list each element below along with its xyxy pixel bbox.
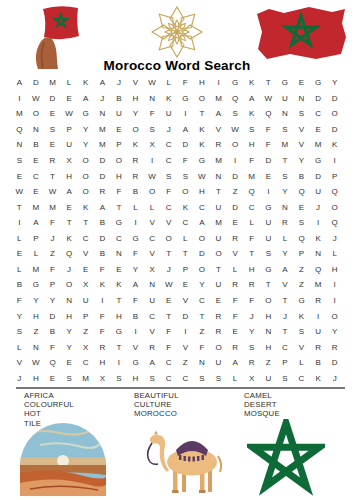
grid-cell-r19c2[interactable]: W xyxy=(28,355,45,371)
grid-cell-r11c13[interactable]: U xyxy=(210,231,227,247)
grid-cell-r4c19[interactable]: E xyxy=(310,122,327,138)
grid-cell-r16c19[interactable]: I xyxy=(310,308,327,324)
grid-cell-r15c17[interactable]: T xyxy=(277,293,294,309)
grid-cell-r10c9[interactable]: V xyxy=(144,215,161,231)
grid-cell-r15c11[interactable]: V xyxy=(177,293,194,309)
grid-cell-r5c20[interactable]: K xyxy=(326,137,343,153)
grid-cell-r4c11[interactable]: A xyxy=(177,122,194,138)
grid-cell-r3c20[interactable]: O xyxy=(326,106,343,122)
grid-cell-r9c18[interactable]: E xyxy=(293,199,310,215)
grid-cell-r15c5[interactable]: U xyxy=(77,293,94,309)
grid-cell-r10c16[interactable]: U xyxy=(260,215,277,231)
grid-cell-r15c14[interactable]: F xyxy=(227,293,244,309)
grid-cell-r20c4[interactable]: S xyxy=(61,370,78,386)
grid-cell-r14c10[interactable]: W xyxy=(160,277,177,293)
grid-cell-r20c12[interactable]: S xyxy=(194,370,211,386)
grid-cell-r20c9[interactable]: S xyxy=(144,370,161,386)
grid-cell-r5c15[interactable]: H xyxy=(243,137,260,153)
grid-cell-r19c3[interactable]: Q xyxy=(44,355,61,371)
grid-cell-r2c7[interactable]: B xyxy=(111,91,128,107)
grid-cell-r2c20[interactable]: D xyxy=(326,91,343,107)
grid-cell-r8c16[interactable]: I xyxy=(260,184,277,200)
grid-cell-r14c18[interactable]: Z xyxy=(293,277,310,293)
grid-cell-r14c15[interactable]: R xyxy=(243,277,260,293)
grid-cell-r1c8[interactable]: V xyxy=(127,75,144,91)
grid-cell-r11c1[interactable]: L xyxy=(11,231,28,247)
grid-cell-r2c8[interactable]: H xyxy=(127,91,144,107)
grid-cell-r13c19[interactable]: Q xyxy=(310,262,327,278)
grid-cell-r8c15[interactable]: Q xyxy=(243,184,260,200)
grid-cell-r11c11[interactable]: L xyxy=(177,231,194,247)
grid-cell-r17c11[interactable]: I xyxy=(177,324,194,340)
grid-cell-r4c13[interactable]: V xyxy=(210,122,227,138)
grid-cell-r17c12[interactable]: Z xyxy=(194,324,211,340)
grid-cell-r16c20[interactable]: O xyxy=(326,308,343,324)
grid-cell-r14c9[interactable]: N xyxy=(144,277,161,293)
grid-cell-r8c5[interactable]: O xyxy=(77,184,94,200)
grid-cell-r16c8[interactable]: B xyxy=(127,308,144,324)
grid-cell-r6c12[interactable]: G xyxy=(194,153,211,169)
grid-cell-r5c10[interactable]: C xyxy=(160,137,177,153)
grid-cell-r19c8[interactable]: G xyxy=(127,355,144,371)
grid-cell-r18c9[interactable]: R xyxy=(144,339,161,355)
grid-cell-r14c6[interactable]: K xyxy=(94,277,111,293)
grid-cell-r10c15[interactable]: L xyxy=(243,215,260,231)
grid-cell-r6c2[interactable]: E xyxy=(28,153,45,169)
grid-cell-r4c5[interactable]: Y xyxy=(77,122,94,138)
grid-cell-r13c9[interactable]: X xyxy=(144,262,161,278)
grid-cell-r12c13[interactable]: O xyxy=(210,246,227,262)
grid-cell-r7c4[interactable]: H xyxy=(61,168,78,184)
grid-cell-r2c17[interactable]: U xyxy=(277,91,294,107)
grid-cell-r19c15[interactable]: R xyxy=(243,355,260,371)
grid-cell-r13c6[interactable]: F xyxy=(94,262,111,278)
grid-cell-r6c20[interactable]: I xyxy=(326,153,343,169)
grid-cell-r17c4[interactable]: Y xyxy=(61,324,78,340)
grid-cell-r17c8[interactable]: I xyxy=(127,324,144,340)
grid-cell-r16c9[interactable]: C xyxy=(144,308,161,324)
grid-cell-r5c16[interactable]: F xyxy=(260,137,277,153)
grid-cell-r9c11[interactable]: K xyxy=(177,199,194,215)
grid-cell-r5c14[interactable]: O xyxy=(227,137,244,153)
grid-cell-r5c18[interactable]: V xyxy=(293,137,310,153)
grid-cell-r16c1[interactable]: Y xyxy=(11,308,28,324)
grid-cell-r2c5[interactable]: A xyxy=(77,91,94,107)
grid-cell-r18c17[interactable]: C xyxy=(277,339,294,355)
grid-cell-r6c3[interactable]: R xyxy=(44,153,61,169)
grid-cell-r15c7[interactable]: T xyxy=(111,293,128,309)
grid-cell-r8c2[interactable]: E xyxy=(28,184,45,200)
grid-cell-r20c10[interactable]: C xyxy=(160,370,177,386)
grid-cell-r6c19[interactable]: G xyxy=(310,153,327,169)
grid-cell-r10c18[interactable]: S xyxy=(293,215,310,231)
grid-cell-r3c5[interactable]: G xyxy=(77,106,94,122)
grid-cell-r19c17[interactable]: P xyxy=(277,355,294,371)
grid-cell-r1c13[interactable]: I xyxy=(210,75,227,91)
grid-cell-r4c6[interactable]: M xyxy=(94,122,111,138)
grid-cell-r5c12[interactable]: K xyxy=(194,137,211,153)
grid-cell-r3c15[interactable]: K xyxy=(243,106,260,122)
grid-cell-r17c14[interactable]: E xyxy=(227,324,244,340)
grid-cell-r7c15[interactable]: M xyxy=(243,168,260,184)
grid-cell-r3c6[interactable]: N xyxy=(94,106,111,122)
grid-cell-r15c12[interactable]: C xyxy=(194,293,211,309)
grid-cell-r1c7[interactable]: J xyxy=(111,75,128,91)
grid-cell-r9c13[interactable]: U xyxy=(210,199,227,215)
grid-cell-r12c2[interactable]: L xyxy=(28,246,45,262)
grid-cell-r4c10[interactable]: J xyxy=(160,122,177,138)
grid-cell-r3c2[interactable]: O xyxy=(28,106,45,122)
grid-cell-r10c20[interactable]: Q xyxy=(326,215,343,231)
grid-cell-r20c14[interactable]: L xyxy=(227,370,244,386)
grid-cell-r2c18[interactable]: N xyxy=(293,91,310,107)
grid-cell-r1c1[interactable]: A xyxy=(11,75,28,91)
grid-cell-r7c2[interactable]: C xyxy=(28,168,45,184)
grid-cell-r19c4[interactable]: E xyxy=(61,355,78,371)
grid-cell-r9c17[interactable]: N xyxy=(277,199,294,215)
grid-cell-r18c13[interactable]: O xyxy=(210,339,227,355)
grid-cell-r7c16[interactable]: E xyxy=(260,168,277,184)
grid-cell-r13c8[interactable]: Y xyxy=(127,262,144,278)
grid-cell-r12c5[interactable]: V xyxy=(77,246,94,262)
grid-cell-r18c2[interactable]: N xyxy=(28,339,45,355)
grid-cell-r2c1[interactable]: I xyxy=(11,91,28,107)
grid-cell-r16c15[interactable]: J xyxy=(243,308,260,324)
grid-cell-r15c2[interactable]: Y xyxy=(28,293,45,309)
grid-cell-r19c20[interactable]: D xyxy=(326,355,343,371)
grid-cell-r7c7[interactable]: H xyxy=(111,168,128,184)
grid-cell-r5c3[interactable]: E xyxy=(44,137,61,153)
grid-cell-r12c15[interactable]: T xyxy=(243,246,260,262)
grid-cell-r18c18[interactable]: V xyxy=(293,339,310,355)
grid-cell-r13c4[interactable]: J xyxy=(61,262,78,278)
grid-cell-r20c7[interactable]: S xyxy=(111,370,128,386)
grid-cell-r7c19[interactable]: D xyxy=(310,168,327,184)
grid-cell-r13c7[interactable]: E xyxy=(111,262,128,278)
grid-cell-r18c5[interactable]: X xyxy=(77,339,94,355)
grid-cell-r8c13[interactable]: T xyxy=(210,184,227,200)
grid-cell-r20c2[interactable]: H xyxy=(28,370,45,386)
grid-cell-r16c6[interactable]: F xyxy=(94,308,111,324)
grid-cell-r8c14[interactable]: Z xyxy=(227,184,244,200)
grid-cell-r11c10[interactable]: O xyxy=(160,231,177,247)
grid-cell-r9c2[interactable]: M xyxy=(28,199,45,215)
grid-cell-r19c18[interactable]: L xyxy=(293,355,310,371)
grid-cell-r13c20[interactable]: H xyxy=(326,262,343,278)
grid-cell-r5c6[interactable]: M xyxy=(94,137,111,153)
grid-cell-r20c11[interactable]: C xyxy=(177,370,194,386)
grid-cell-r20c3[interactable]: E xyxy=(44,370,61,386)
grid-cell-r19c19[interactable]: B xyxy=(310,355,327,371)
grid-cell-r5c1[interactable]: N xyxy=(11,137,28,153)
grid-cell-r3c19[interactable]: C xyxy=(310,106,327,122)
grid-cell-r10c7[interactable]: G xyxy=(111,215,128,231)
grid-cell-r3c8[interactable]: Y xyxy=(127,106,144,122)
grid-cell-r12c8[interactable]: F xyxy=(127,246,144,262)
grid-cell-r2c15[interactable]: A xyxy=(243,91,260,107)
grid-cell-r1c17[interactable]: G xyxy=(277,75,294,91)
grid-cell-r7c1[interactable]: E xyxy=(11,168,28,184)
grid-cell-r11c9[interactable]: C xyxy=(144,231,161,247)
grid-cell-r8c10[interactable]: F xyxy=(160,184,177,200)
grid-cell-r1c4[interactable]: L xyxy=(61,75,78,91)
grid-cell-r7c6[interactable]: D xyxy=(94,168,111,184)
grid-cell-r17c18[interactable]: S xyxy=(293,324,310,340)
grid-cell-r3c14[interactable]: S xyxy=(227,106,244,122)
grid-cell-r5c9[interactable]: X xyxy=(144,137,161,153)
grid-cell-r1c15[interactable]: K xyxy=(243,75,260,91)
grid-cell-r14c16[interactable]: T xyxy=(260,277,277,293)
grid-cell-r2c4[interactable]: E xyxy=(61,91,78,107)
grid-cell-r20c1[interactable]: J xyxy=(11,370,28,386)
grid-cell-r8c19[interactable]: U xyxy=(310,184,327,200)
grid-cell-r20c16[interactable]: U xyxy=(260,370,277,386)
grid-cell-r12c19[interactable]: N xyxy=(310,246,327,262)
grid-cell-r15c8[interactable]: F xyxy=(127,293,144,309)
grid-cell-r5c8[interactable]: K xyxy=(127,137,144,153)
grid-cell-r9c9[interactable]: L xyxy=(144,199,161,215)
grid-cell-r19c14[interactable]: A xyxy=(227,355,244,371)
grid-cell-r1c20[interactable]: Y xyxy=(326,75,343,91)
grid-cell-r13c15[interactable]: H xyxy=(243,262,260,278)
grid-cell-r11c4[interactable]: K xyxy=(61,231,78,247)
grid-cell-r14c5[interactable]: X xyxy=(77,277,94,293)
grid-cell-r2c16[interactable]: W xyxy=(260,91,277,107)
grid-cell-r14c8[interactable]: A xyxy=(127,277,144,293)
grid-cell-r2c10[interactable]: K xyxy=(160,91,177,107)
grid-cell-r18c11[interactable]: V xyxy=(177,339,194,355)
grid-cell-r12c10[interactable]: T xyxy=(160,246,177,262)
grid-cell-r5c13[interactable]: R xyxy=(210,137,227,153)
grid-cell-r14c19[interactable]: M xyxy=(310,277,327,293)
grid-cell-r2c3[interactable]: D xyxy=(44,91,61,107)
grid-cell-r12c3[interactable]: Z xyxy=(44,246,61,262)
grid-cell-r7c9[interactable]: W xyxy=(144,168,161,184)
grid-cell-r20c20[interactable]: J xyxy=(326,370,343,386)
grid-cell-r4c8[interactable]: O xyxy=(127,122,144,138)
grid-cell-r20c19[interactable]: K xyxy=(310,370,327,386)
grid-cell-r3c3[interactable]: E xyxy=(44,106,61,122)
grid-cell-r17c17[interactable]: T xyxy=(277,324,294,340)
grid-cell-r11c7[interactable]: C xyxy=(111,231,128,247)
grid-cell-r13c13[interactable]: T xyxy=(210,262,227,278)
grid-cell-r14c3[interactable]: P xyxy=(44,277,61,293)
grid-cell-r9c7[interactable]: T xyxy=(111,199,128,215)
grid-cell-r17c9[interactable]: V xyxy=(144,324,161,340)
grid-cell-r6c11[interactable]: F xyxy=(177,153,194,169)
grid-cell-r16c7[interactable]: H xyxy=(111,308,128,324)
grid-cell-r15c10[interactable]: E xyxy=(160,293,177,309)
grid-cell-r18c8[interactable]: V xyxy=(127,339,144,355)
grid-cell-r15c9[interactable]: U xyxy=(144,293,161,309)
grid-cell-r16c4[interactable]: H xyxy=(61,308,78,324)
grid-cell-r12c9[interactable]: V xyxy=(144,246,161,262)
grid-cell-r10c4[interactable]: T xyxy=(61,215,78,231)
grid-cell-r6c14[interactable]: I xyxy=(227,153,244,169)
grid-cell-r18c20[interactable]: R xyxy=(326,339,343,355)
grid-cell-r17c15[interactable]: Y xyxy=(243,324,260,340)
grid-cell-r12c1[interactable]: E xyxy=(11,246,28,262)
grid-cell-r12c6[interactable]: B xyxy=(94,246,111,262)
grid-cell-r3c10[interactable]: U xyxy=(160,106,177,122)
grid-cell-r8c17[interactable]: Y xyxy=(277,184,294,200)
grid-cell-r3c17[interactable]: N xyxy=(277,106,294,122)
grid-cell-r1c14[interactable]: G xyxy=(227,75,244,91)
grid-cell-r9c6[interactable]: A xyxy=(94,199,111,215)
grid-cell-r8c9[interactable]: O xyxy=(144,184,161,200)
grid-cell-r20c18[interactable]: C xyxy=(293,370,310,386)
grid-cell-r11c6[interactable]: D xyxy=(94,231,111,247)
grid-cell-r19c1[interactable]: V xyxy=(11,355,28,371)
grid-cell-r14c20[interactable]: I xyxy=(326,277,343,293)
grid-cell-r18c4[interactable]: Y xyxy=(61,339,78,355)
grid-cell-r13c14[interactable]: L xyxy=(227,262,244,278)
grid-cell-r19c12[interactable]: N xyxy=(194,355,211,371)
grid-cell-r20c15[interactable]: X xyxy=(243,370,260,386)
grid-cell-r9c12[interactable]: C xyxy=(194,199,211,215)
grid-cell-r10c12[interactable]: A xyxy=(194,215,211,231)
grid-cell-r17c5[interactable]: Z xyxy=(77,324,94,340)
grid-cell-r8c6[interactable]: R xyxy=(94,184,111,200)
grid-cell-r4c4[interactable]: P xyxy=(61,122,78,138)
grid-cell-r15c1[interactable]: F xyxy=(11,293,28,309)
grid-cell-r3c7[interactable]: U xyxy=(111,106,128,122)
grid-cell-r14c4[interactable]: O xyxy=(61,277,78,293)
grid-cell-r14c17[interactable]: V xyxy=(277,277,294,293)
grid-cell-r10c3[interactable]: F xyxy=(44,215,61,231)
grid-cell-r11c5[interactable]: C xyxy=(77,231,94,247)
grid-cell-r5c2[interactable]: B xyxy=(28,137,45,153)
grid-cell-r1c9[interactable]: W xyxy=(144,75,161,91)
grid-cell-r7c14[interactable]: D xyxy=(227,168,244,184)
grid-cell-r19c11[interactable]: Z xyxy=(177,355,194,371)
grid-cell-r11c20[interactable]: J xyxy=(326,231,343,247)
grid-cell-r5c4[interactable]: U xyxy=(61,137,78,153)
grid-cell-r4c2[interactable]: N xyxy=(28,122,45,138)
grid-cell-r6c18[interactable]: Y xyxy=(293,153,310,169)
grid-cell-r20c17[interactable]: S xyxy=(277,370,294,386)
grid-cell-r16c5[interactable]: P xyxy=(77,308,94,324)
grid-cell-r3c11[interactable]: I xyxy=(177,106,194,122)
grid-cell-r16c14[interactable]: F xyxy=(227,308,244,324)
grid-cell-r6c5[interactable]: O xyxy=(77,153,94,169)
grid-cell-r1c18[interactable]: E xyxy=(293,75,310,91)
grid-cell-r1c6[interactable]: A xyxy=(94,75,111,91)
grid-cell-r17c2[interactable]: Z xyxy=(28,324,45,340)
grid-cell-r7c3[interactable]: T xyxy=(44,168,61,184)
grid-cell-r7c18[interactable]: B xyxy=(293,168,310,184)
grid-cell-r13c18[interactable]: Z xyxy=(293,262,310,278)
grid-cell-r11c19[interactable]: K xyxy=(310,231,327,247)
grid-cell-r8c18[interactable]: Q xyxy=(293,184,310,200)
grid-cell-r6c9[interactable]: I xyxy=(144,153,161,169)
grid-cell-r18c12[interactable]: F xyxy=(194,339,211,355)
grid-cell-r10c14[interactable]: E xyxy=(227,215,244,231)
grid-cell-r10c11[interactable]: C xyxy=(177,215,194,231)
grid-cell-r9c14[interactable]: D xyxy=(227,199,244,215)
grid-cell-r15c18[interactable]: G xyxy=(293,293,310,309)
grid-cell-r4c16[interactable]: F xyxy=(260,122,277,138)
grid-cell-r7c12[interactable]: W xyxy=(194,168,211,184)
grid-cell-r4c14[interactable]: W xyxy=(227,122,244,138)
grid-cell-r11c14[interactable]: R xyxy=(227,231,244,247)
grid-cell-r12c16[interactable]: S xyxy=(260,246,277,262)
grid-cell-r15c19[interactable]: R xyxy=(310,293,327,309)
grid-cell-r14c13[interactable]: U xyxy=(210,277,227,293)
grid-cell-r3c9[interactable]: F xyxy=(144,106,161,122)
grid-cell-r11c18[interactable]: Q xyxy=(293,231,310,247)
grid-cell-r13c5[interactable]: E xyxy=(77,262,94,278)
grid-cell-r10c1[interactable]: I xyxy=(11,215,28,231)
grid-cell-r16c17[interactable]: J xyxy=(277,308,294,324)
grid-cell-r17c20[interactable]: Y xyxy=(326,324,343,340)
grid-cell-r1c19[interactable]: G xyxy=(310,75,327,91)
grid-cell-r13c2[interactable]: M xyxy=(28,262,45,278)
grid-cell-r11c3[interactable]: J xyxy=(44,231,61,247)
grid-cell-r11c8[interactable]: G xyxy=(127,231,144,247)
grid-cell-r18c14[interactable]: R xyxy=(227,339,244,355)
grid-cell-r17c3[interactable]: B xyxy=(44,324,61,340)
grid-cell-r7c13[interactable]: N xyxy=(210,168,227,184)
grid-cell-r20c6[interactable]: X xyxy=(94,370,111,386)
grid-cell-r15c20[interactable]: I xyxy=(326,293,343,309)
grid-cell-r13c16[interactable]: G xyxy=(260,262,277,278)
grid-cell-r9c20[interactable]: O xyxy=(326,199,343,215)
grid-cell-r4c9[interactable]: S xyxy=(144,122,161,138)
grid-cell-r12c7[interactable]: N xyxy=(111,246,128,262)
grid-cell-r14c11[interactable]: E xyxy=(177,277,194,293)
grid-cell-r16c18[interactable]: K xyxy=(293,308,310,324)
grid-cell-r5c17[interactable]: M xyxy=(277,137,294,153)
grid-cell-r7c11[interactable]: S xyxy=(177,168,194,184)
grid-cell-r18c10[interactable]: F xyxy=(160,339,177,355)
grid-cell-r9c4[interactable]: E xyxy=(61,199,78,215)
grid-cell-r14c7[interactable]: K xyxy=(111,277,128,293)
grid-cell-r2c19[interactable]: D xyxy=(310,91,327,107)
grid-cell-r18c1[interactable]: L xyxy=(11,339,28,355)
grid-cell-r6c13[interactable]: M xyxy=(210,153,227,169)
grid-cell-r4c20[interactable]: D xyxy=(326,122,343,138)
grid-cell-r3c13[interactable]: A xyxy=(210,106,227,122)
grid-cell-r19c10[interactable]: C xyxy=(160,355,177,371)
grid-cell-r10c17[interactable]: R xyxy=(277,215,294,231)
grid-cell-r9c15[interactable]: C xyxy=(243,199,260,215)
grid-cell-r17c13[interactable]: R xyxy=(210,324,227,340)
grid-cell-r1c12[interactable]: H xyxy=(194,75,211,91)
grid-cell-r13c17[interactable]: A xyxy=(277,262,294,278)
grid-cell-r16c2[interactable]: H xyxy=(28,308,45,324)
grid-cell-r10c19[interactable]: I xyxy=(310,215,327,231)
grid-cell-r3c18[interactable]: S xyxy=(293,106,310,122)
grid-cell-r4c15[interactable]: S xyxy=(243,122,260,138)
grid-cell-r12c14[interactable]: V xyxy=(227,246,244,262)
grid-cell-r10c2[interactable]: A xyxy=(28,215,45,231)
grid-cell-r13c1[interactable]: L xyxy=(11,262,28,278)
grid-cell-r1c3[interactable]: M xyxy=(44,75,61,91)
grid-cell-r2c6[interactable]: J xyxy=(94,91,111,107)
grid-cell-r6c4[interactable]: X xyxy=(61,153,78,169)
grid-cell-r8c20[interactable]: Q xyxy=(326,184,343,200)
grid-cell-r8c8[interactable]: B xyxy=(127,184,144,200)
grid-cell-r17c6[interactable]: F xyxy=(94,324,111,340)
grid-cell-r11c15[interactable]: F xyxy=(243,231,260,247)
grid-cell-r19c5[interactable]: C xyxy=(77,355,94,371)
grid-cell-r18c15[interactable]: S xyxy=(243,339,260,355)
grid-cell-r18c3[interactable]: F xyxy=(44,339,61,355)
grid-cell-r13c12[interactable]: O xyxy=(194,262,211,278)
grid-cell-r17c1[interactable]: S xyxy=(11,324,28,340)
grid-cell-r1c2[interactable]: D xyxy=(28,75,45,91)
